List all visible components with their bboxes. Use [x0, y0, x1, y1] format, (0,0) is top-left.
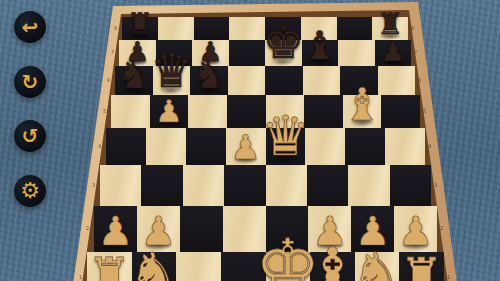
square-b1[interactable]: ♞: [132, 252, 177, 281]
rank-label-left-7: 7: [111, 50, 114, 55]
square-b8[interactable]: [158, 17, 194, 40]
piece-white-pawn-d4[interactable]: ♟: [230, 130, 260, 164]
square-h4[interactable]: [385, 128, 425, 165]
square-f4[interactable]: [305, 128, 345, 165]
replay-button[interactable]: ↺: [14, 120, 46, 152]
square-c1[interactable]: [176, 252, 221, 281]
piece-black-bishop-f7[interactable]: ♝: [302, 26, 337, 65]
square-g1[interactable]: ♞: [355, 252, 400, 281]
undo-button[interactable]: ↩: [14, 11, 46, 43]
piece-black-rook-a8[interactable]: ♜: [126, 9, 153, 39]
rank-label-right-3: 3: [434, 183, 437, 188]
square-g3[interactable]: [348, 165, 389, 206]
rank-label-right-8: 8: [411, 26, 414, 31]
square-c4[interactable]: [186, 128, 226, 165]
app-screen: ♜♜♟♟♚♝♟♞♛♞♟♝♟♛♟♟♟♟♟♜♞♚♝♞♜ 88776655443322…: [0, 0, 500, 281]
piece-white-rook-h1[interactable]: ♜: [399, 251, 445, 281]
board-area: ♜♜♟♟♚♝♟♞♛♞♟♝♟♛♟♟♟♟♟♜♞♚♝♞♜ 88776655443322…: [0, 0, 500, 281]
square-h5[interactable]: [381, 95, 420, 128]
square-g7[interactable]: [338, 40, 375, 66]
square-a4[interactable]: [106, 128, 146, 165]
square-d4[interactable]: ♟: [226, 128, 266, 165]
rank-label-right-2: 2: [440, 226, 443, 231]
square-f6[interactable]: [303, 66, 341, 95]
rank-label-right-1: 1: [447, 275, 450, 280]
undo-icon: ↩: [22, 17, 39, 37]
rank-label-left-2: 2: [86, 226, 89, 231]
square-d8[interactable]: [229, 17, 265, 40]
square-c3[interactable]: [183, 165, 224, 206]
square-a3[interactable]: [100, 165, 141, 206]
piece-white-bishop-g5[interactable]: ♝: [342, 82, 382, 127]
rank-label-left-1: 1: [79, 275, 82, 280]
rank-label-left-8: 8: [114, 26, 117, 31]
square-f3[interactable]: [307, 165, 348, 206]
rank-label-right-7: 7: [414, 50, 417, 55]
square-c2[interactable]: [180, 206, 223, 252]
square-h3[interactable]: [390, 165, 431, 206]
square-e1[interactable]: ♚: [266, 252, 311, 281]
piece-black-knight-a6[interactable]: ♞: [117, 56, 151, 94]
rank-label-right-6: 6: [418, 78, 421, 83]
square-g5[interactable]: ♝: [343, 95, 382, 128]
rank-label-left-4: 4: [98, 144, 101, 149]
square-d6[interactable]: [228, 66, 266, 95]
piece-white-knight-b1[interactable]: ♞: [128, 245, 179, 281]
settings-icon: ⚙: [20, 180, 40, 202]
square-b3[interactable]: [141, 165, 182, 206]
rank-label-left-6: 6: [107, 78, 110, 83]
settings-button[interactable]: ⚙: [14, 175, 46, 207]
piece-white-queen-e4[interactable]: ♛: [261, 109, 310, 164]
square-e3[interactable]: [266, 165, 307, 206]
square-g4[interactable]: [345, 128, 385, 165]
square-h1[interactable]: ♜: [399, 252, 444, 281]
square-h7[interactable]: ♟: [375, 40, 412, 66]
piece-black-king-e7[interactable]: ♚: [263, 19, 304, 65]
square-a6[interactable]: ♞: [115, 66, 153, 95]
rank-label-right-4: 4: [428, 144, 431, 149]
piece-black-pawn-h7[interactable]: ♟: [381, 38, 405, 65]
replay-icon: ↺: [22, 126, 39, 146]
square-f7[interactable]: ♝: [302, 40, 339, 66]
piece-white-pawn-b5[interactable]: ♟: [155, 96, 183, 127]
square-e6[interactable]: [265, 66, 303, 95]
rank-label-left-3: 3: [92, 183, 95, 188]
square-h6[interactable]: [378, 66, 416, 95]
square-b6[interactable]: ♛: [153, 66, 191, 95]
piece-white-pawn-h2[interactable]: ♟: [398, 211, 434, 251]
piece-black-knight-c6[interactable]: ♞: [192, 56, 226, 94]
square-e7[interactable]: ♚: [265, 40, 302, 66]
board-row-rank-1: ♜♞♚♝♞♜: [87, 252, 444, 281]
square-g8[interactable]: [337, 17, 373, 40]
square-c6[interactable]: ♞: [190, 66, 228, 95]
square-b4[interactable]: [146, 128, 186, 165]
piece-white-rook-a1[interactable]: ♜: [86, 251, 132, 281]
square-c5[interactable]: [188, 95, 227, 128]
square-a5[interactable]: [111, 95, 150, 128]
board-row-rank-3: [100, 165, 431, 206]
piece-black-rook-h8[interactable]: ♜: [377, 9, 404, 39]
rank-label-left-5: 5: [103, 109, 106, 114]
restart-icon: ↻: [22, 72, 39, 92]
square-d3[interactable]: [224, 165, 265, 206]
square-d5[interactable]: [227, 95, 266, 128]
restart-button[interactable]: ↻: [14, 66, 46, 98]
square-a1[interactable]: ♜: [87, 252, 132, 281]
toolbar: ↩ ↻ ↺ ⚙: [0, 0, 62, 281]
rank-label-right-5: 5: [423, 109, 426, 114]
square-b5[interactable]: ♟: [150, 95, 189, 128]
square-e4[interactable]: ♛: [266, 128, 306, 165]
square-f1[interactable]: ♝: [310, 252, 355, 281]
board-row-rank-4: ♟♛: [106, 128, 425, 165]
square-d7[interactable]: [229, 40, 266, 66]
piece-black-queen-b6[interactable]: ♛: [150, 47, 192, 94]
piece-white-knight-g1[interactable]: ♞: [352, 245, 403, 281]
